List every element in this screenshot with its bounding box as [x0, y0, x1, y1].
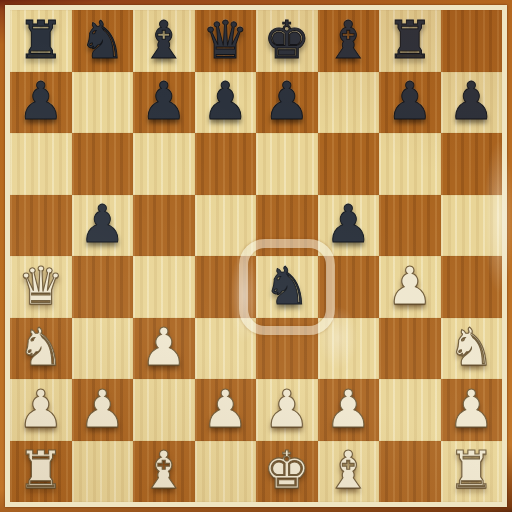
- piece-white-pawn[interactable]: ♟: [386, 260, 433, 312]
- square-d6[interactable]: [195, 133, 257, 195]
- piece-black-king[interactable]: ♚: [263, 14, 310, 66]
- square-c4[interactable]: [133, 256, 195, 318]
- square-h3[interactable]: ♞: [441, 318, 503, 380]
- square-e8[interactable]: ♚: [256, 10, 318, 72]
- square-c6[interactable]: [133, 133, 195, 195]
- square-d4[interactable]: [195, 256, 257, 318]
- square-b3[interactable]: [72, 318, 134, 380]
- piece-white-pawn[interactable]: ♟: [79, 383, 126, 435]
- square-h2[interactable]: ♟: [441, 379, 503, 441]
- square-b2[interactable]: ♟: [72, 379, 134, 441]
- piece-black-pawn[interactable]: ♟: [17, 75, 64, 127]
- square-c3[interactable]: ♟: [133, 318, 195, 380]
- piece-black-knight[interactable]: ♞: [263, 260, 310, 312]
- square-b6[interactable]: [72, 133, 134, 195]
- piece-white-queen[interactable]: ♛: [17, 260, 64, 312]
- piece-black-knight[interactable]: ♞: [79, 14, 126, 66]
- square-d8[interactable]: ♛: [195, 10, 257, 72]
- square-a3[interactable]: ♞: [10, 318, 72, 380]
- square-h4[interactable]: [441, 256, 503, 318]
- square-c7[interactable]: ♟: [133, 72, 195, 134]
- square-e4[interactable]: ♞: [256, 256, 318, 318]
- chess-app-window: ♜♞♝♛♚♝♜♟♟♟♟♟♟♟♟♛♞♟♞♟♞♟♟♟♟♟♟♜♝♚♝♜: [0, 0, 512, 512]
- square-d7[interactable]: ♟: [195, 72, 257, 134]
- piece-white-pawn[interactable]: ♟: [17, 383, 64, 435]
- square-f2[interactable]: ♟: [318, 379, 380, 441]
- square-f6[interactable]: [318, 133, 380, 195]
- square-e1[interactable]: ♚: [256, 441, 318, 503]
- square-h6[interactable]: [441, 133, 503, 195]
- piece-black-pawn[interactable]: ♟: [140, 75, 187, 127]
- piece-white-knight[interactable]: ♞: [17, 321, 64, 373]
- square-a7[interactable]: ♟: [10, 72, 72, 134]
- square-a4[interactable]: ♛: [10, 256, 72, 318]
- square-a8[interactable]: ♜: [10, 10, 72, 72]
- chess-board[interactable]: ♜♞♝♛♚♝♜♟♟♟♟♟♟♟♟♛♞♟♞♟♞♟♟♟♟♟♟♜♝♚♝♜: [10, 10, 502, 502]
- square-d3[interactable]: [195, 318, 257, 380]
- piece-black-pawn[interactable]: ♟: [263, 75, 310, 127]
- square-c1[interactable]: ♝: [133, 441, 195, 503]
- piece-black-rook[interactable]: ♜: [17, 14, 64, 66]
- square-d2[interactable]: ♟: [195, 379, 257, 441]
- square-g1[interactable]: [379, 441, 441, 503]
- square-g4[interactable]: ♟: [379, 256, 441, 318]
- square-d5[interactable]: [195, 195, 257, 257]
- piece-black-bishop[interactable]: ♝: [325, 14, 372, 66]
- piece-white-bishop[interactable]: ♝: [325, 444, 372, 496]
- square-g7[interactable]: ♟: [379, 72, 441, 134]
- square-e2[interactable]: ♟: [256, 379, 318, 441]
- piece-white-knight[interactable]: ♞: [448, 321, 495, 373]
- piece-black-pawn[interactable]: ♟: [325, 198, 372, 250]
- piece-black-pawn[interactable]: ♟: [448, 75, 495, 127]
- piece-white-pawn[interactable]: ♟: [263, 383, 310, 435]
- piece-white-king[interactable]: ♚: [263, 444, 310, 496]
- square-g3[interactable]: [379, 318, 441, 380]
- square-g8[interactable]: ♜: [379, 10, 441, 72]
- square-c8[interactable]: ♝: [133, 10, 195, 72]
- square-f8[interactable]: ♝: [318, 10, 380, 72]
- square-g6[interactable]: [379, 133, 441, 195]
- square-b8[interactable]: ♞: [72, 10, 134, 72]
- piece-white-rook[interactable]: ♜: [448, 444, 495, 496]
- piece-black-rook[interactable]: ♜: [386, 14, 433, 66]
- piece-white-rook[interactable]: ♜: [17, 444, 64, 496]
- square-c5[interactable]: [133, 195, 195, 257]
- square-a6[interactable]: [10, 133, 72, 195]
- square-e6[interactable]: [256, 133, 318, 195]
- piece-black-pawn[interactable]: ♟: [79, 198, 126, 250]
- square-b1[interactable]: [72, 441, 134, 503]
- square-g2[interactable]: [379, 379, 441, 441]
- square-h5[interactable]: [441, 195, 503, 257]
- square-f7[interactable]: [318, 72, 380, 134]
- square-f1[interactable]: ♝: [318, 441, 380, 503]
- square-g5[interactable]: [379, 195, 441, 257]
- square-e7[interactable]: ♟: [256, 72, 318, 134]
- square-f3[interactable]: [318, 318, 380, 380]
- square-a5[interactable]: [10, 195, 72, 257]
- square-b7[interactable]: [72, 72, 134, 134]
- piece-black-pawn[interactable]: ♟: [202, 75, 249, 127]
- square-f4[interactable]: [318, 256, 380, 318]
- piece-white-pawn[interactable]: ♟: [448, 383, 495, 435]
- piece-white-pawn[interactable]: ♟: [325, 383, 372, 435]
- piece-white-bishop[interactable]: ♝: [140, 444, 187, 496]
- square-h7[interactable]: ♟: [441, 72, 503, 134]
- piece-white-pawn[interactable]: ♟: [140, 321, 187, 373]
- square-c2[interactable]: [133, 379, 195, 441]
- square-f5[interactable]: ♟: [318, 195, 380, 257]
- square-d1[interactable]: [195, 441, 257, 503]
- square-a1[interactable]: ♜: [10, 441, 72, 503]
- square-a2[interactable]: ♟: [10, 379, 72, 441]
- square-b5[interactable]: ♟: [72, 195, 134, 257]
- square-b4[interactable]: [72, 256, 134, 318]
- square-e3[interactable]: [256, 318, 318, 380]
- piece-white-pawn[interactable]: ♟: [202, 383, 249, 435]
- square-h8[interactable]: [441, 10, 503, 72]
- square-e5[interactable]: [256, 195, 318, 257]
- piece-black-queen[interactable]: ♛: [202, 14, 249, 66]
- piece-black-pawn[interactable]: ♟: [386, 75, 433, 127]
- piece-black-bishop[interactable]: ♝: [140, 14, 187, 66]
- square-h1[interactable]: ♜: [441, 441, 503, 503]
